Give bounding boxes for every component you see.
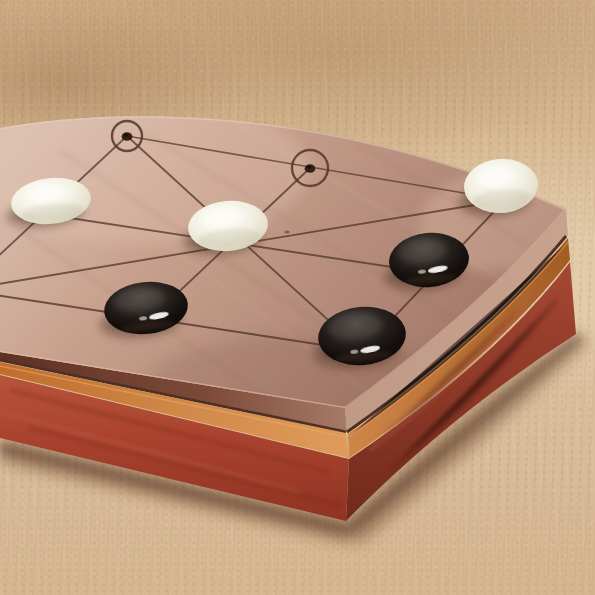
photo-vignette [0, 0, 595, 595]
photo-scene [0, 0, 595, 595]
